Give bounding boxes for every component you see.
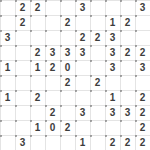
cell-clue: 1 <box>0 90 15 105</box>
cell-empty[interactable] <box>90 120 105 135</box>
cell-empty[interactable] <box>45 30 60 45</box>
cell-clue: 3 <box>75 105 90 120</box>
cell-empty[interactable] <box>15 75 30 90</box>
cell-clue: 3 <box>135 0 150 15</box>
cell-empty[interactable] <box>105 120 120 135</box>
cell-empty[interactable] <box>45 0 60 15</box>
cell-empty[interactable] <box>90 15 105 30</box>
cell-empty[interactable] <box>105 0 120 15</box>
cell-clue: 1 <box>30 120 45 135</box>
cell-empty[interactable] <box>0 120 15 135</box>
cell-empty[interactable] <box>30 105 45 120</box>
cell-empty[interactable] <box>15 60 30 75</box>
cell-clue: 2 <box>30 45 45 60</box>
cell-empty[interactable] <box>135 15 150 30</box>
cell-clue: 2 <box>105 135 120 150</box>
cell-empty[interactable] <box>0 135 15 150</box>
puzzle-board: 2233221232232333322112033221212233321022… <box>0 0 150 150</box>
cell-clue: 3 <box>75 45 90 60</box>
cell-clue: 3 <box>135 60 150 75</box>
cell-empty[interactable] <box>120 120 135 135</box>
cell-empty[interactable] <box>60 135 75 150</box>
cell-clue: 1 <box>105 15 120 30</box>
cell-clue: 2 <box>15 0 30 15</box>
cell-clue: 1 <box>75 135 90 150</box>
cell-empty[interactable] <box>45 15 60 30</box>
cell-empty[interactable] <box>90 0 105 15</box>
cell-clue: 3 <box>105 105 120 120</box>
cell-empty[interactable] <box>45 90 60 105</box>
cell-empty[interactable] <box>30 75 45 90</box>
cell-clue: 2 <box>90 75 105 90</box>
cell-clue: 1 <box>0 60 15 75</box>
cell-empty[interactable] <box>75 15 90 30</box>
cell-clue: 3 <box>15 135 30 150</box>
cell-empty[interactable] <box>30 15 45 30</box>
cell-empty[interactable] <box>60 90 75 105</box>
cell-clue: 2 <box>60 15 75 30</box>
cell-empty[interactable] <box>90 105 105 120</box>
cell-empty[interactable] <box>90 60 105 75</box>
cell-empty[interactable] <box>75 120 90 135</box>
cell-clue: 2 <box>135 90 150 105</box>
cell-empty[interactable] <box>120 90 135 105</box>
cell-clue: 2 <box>135 120 150 135</box>
cell-clue: 2 <box>30 90 45 105</box>
cell-clue: 2 <box>30 0 45 15</box>
cell-clue: 3 <box>45 45 60 60</box>
cell-clue: 2 <box>120 15 135 30</box>
cell-clue: 1 <box>30 60 45 75</box>
cell-empty[interactable] <box>45 75 60 90</box>
cell-clue: 0 <box>45 120 60 135</box>
cell-clue: 3 <box>105 45 120 60</box>
cell-empty[interactable] <box>60 30 75 45</box>
cell-empty[interactable] <box>60 105 75 120</box>
cell-clue: 1 <box>105 90 120 105</box>
cell-clue: 3 <box>75 0 90 15</box>
cell-empty[interactable] <box>120 0 135 15</box>
cell-empty[interactable] <box>90 90 105 105</box>
cell-empty[interactable] <box>90 135 105 150</box>
cell-clue: 0 <box>60 60 75 75</box>
cell-clue: 2 <box>45 105 60 120</box>
cell-empty[interactable] <box>120 60 135 75</box>
cell-empty[interactable] <box>0 0 15 15</box>
cell-empty[interactable] <box>75 60 90 75</box>
cell-clue: 3 <box>120 105 135 120</box>
cell-empty[interactable] <box>0 75 15 90</box>
cell-empty[interactable] <box>105 75 120 90</box>
cell-clue: 2 <box>60 120 75 135</box>
cell-clue: 2 <box>135 135 150 150</box>
cell-empty[interactable] <box>15 30 30 45</box>
cell-empty[interactable] <box>120 30 135 45</box>
cell-empty[interactable] <box>75 75 90 90</box>
cell-clue: 2 <box>120 45 135 60</box>
cell-clue: 2 <box>135 105 150 120</box>
cell-empty[interactable] <box>15 45 30 60</box>
cell-empty[interactable] <box>45 135 60 150</box>
cell-empty[interactable] <box>135 30 150 45</box>
cell-clue: 2 <box>45 60 60 75</box>
cell-empty[interactable] <box>15 105 30 120</box>
cell-empty[interactable] <box>30 135 45 150</box>
cell-clue: 3 <box>0 30 15 45</box>
cell-empty[interactable] <box>60 0 75 15</box>
cell-empty[interactable] <box>15 90 30 105</box>
cell-clue: 2 <box>135 45 150 60</box>
cell-empty[interactable] <box>90 45 105 60</box>
cell-clue: 2 <box>15 15 30 30</box>
cell-empty[interactable] <box>15 120 30 135</box>
cell-clue: 2 <box>75 30 90 45</box>
cell-empty[interactable] <box>0 105 15 120</box>
cell-clue: 2 <box>60 75 75 90</box>
cell-empty[interactable] <box>75 90 90 105</box>
cell-empty[interactable] <box>30 30 45 45</box>
cell-clue: 3 <box>105 30 120 45</box>
cell-empty[interactable] <box>135 75 150 90</box>
cell-clue: 2 <box>90 30 105 45</box>
cell-empty[interactable] <box>0 15 15 30</box>
cell-clue: 3 <box>105 60 120 75</box>
cell-empty[interactable] <box>0 45 15 60</box>
cell-empty[interactable] <box>120 75 135 90</box>
cell-clue: 2 <box>120 135 135 150</box>
cell-clue: 3 <box>60 45 75 60</box>
